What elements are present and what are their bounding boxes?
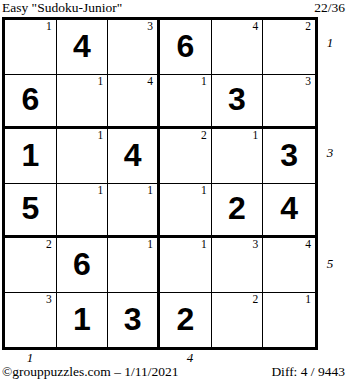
given-digit: 6 [21,83,39,115]
pencil-mark: 1 [147,184,153,197]
pencil-mark: 1 [201,238,207,251]
cell-r2c1[interactable]: 6 [5,75,57,130]
pencil-mark: 2 [305,20,311,33]
cell-r2c3[interactable]: 4 [108,75,160,130]
cell-r3c5[interactable]: 1 [212,129,264,184]
row-label-5: 5 [322,257,338,271]
cell-r4c4[interactable]: 1 [160,184,212,239]
cell-r3c1[interactable]: 1 [5,129,57,184]
cell-r3c3[interactable]: 4 [108,129,160,184]
cell-r5c2[interactable]: 6 [57,238,109,293]
pencil-mark: 1 [98,129,104,142]
pencil-mark: 1 [201,75,207,88]
pencil-mark: 4 [305,238,311,251]
copyright-text: ©grouppuzzles.com – 1/11/2021 [2,364,179,380]
puzzle-page: Easy "Sudoku-Junior" 22/36 1436426141331… [0,0,347,381]
cell-r1c6[interactable]: 2 [263,20,315,75]
cell-r5c6[interactable]: 4 [263,238,315,293]
difficulty-text: Diff: 4 / 9443 [271,364,345,380]
cell-r3c6[interactable]: 3 [263,129,315,184]
pencil-mark: 1 [305,293,311,306]
cell-r5c5[interactable]: 3 [212,238,264,293]
cell-r6c4[interactable]: 2 [160,293,212,348]
given-digit: 4 [124,139,142,171]
cell-r4c3[interactable]: 1 [108,184,160,239]
cell-r2c5[interactable]: 3 [212,75,264,130]
pencil-mark: 3 [46,293,52,306]
cell-r1c1[interactable]: 1 [5,20,57,75]
cell-r1c2[interactable]: 4 [57,20,109,75]
pencil-mark: 1 [46,20,52,33]
col-label-4: 4 [182,351,198,365]
cell-r2c4[interactable]: 1 [160,75,212,130]
cell-r6c6[interactable]: 1 [263,293,315,348]
cell-r6c1[interactable]: 3 [5,293,57,348]
cell-r2c6[interactable]: 3 [263,75,315,130]
cell-r6c2[interactable]: 1 [57,293,109,348]
cell-r5c1[interactable]: 2 [5,238,57,293]
cell-r1c5[interactable]: 4 [212,20,264,75]
given-digit: 3 [124,303,142,335]
pencil-mark: 3 [253,238,259,251]
cell-r5c4[interactable]: 1 [160,238,212,293]
pencil-mark: 4 [253,20,259,33]
cell-r1c4[interactable]: 6 [160,20,212,75]
given-digit: 6 [73,248,91,280]
cell-r4c6[interactable]: 4 [263,184,315,239]
progress-counter: 22/36 [314,0,345,16]
row-label-3: 3 [322,146,338,160]
board: 143642614133114213511124261134313221 [2,17,318,350]
given-digit: 6 [176,30,194,62]
cell-r4c1[interactable]: 5 [5,184,57,239]
given-digit: 4 [73,30,91,62]
cell-r2c2[interactable]: 1 [57,75,109,130]
given-digit: 1 [73,303,91,335]
pencil-mark: 3 [305,75,311,88]
pencil-mark: 3 [147,20,153,33]
cell-r4c2[interactable]: 1 [57,184,109,239]
pencil-mark: 1 [98,75,104,88]
cell-r6c5[interactable]: 2 [212,293,264,348]
cell-r4c5[interactable]: 2 [212,184,264,239]
pencil-mark: 2 [46,238,52,251]
cell-r5c3[interactable]: 1 [108,238,160,293]
given-digit: 5 [21,192,39,224]
cell-r1c3[interactable]: 3 [108,20,160,75]
cell-r3c4[interactable]: 2 [160,129,212,184]
given-digit: 4 [280,192,298,224]
pencil-mark: 1 [98,184,104,197]
page-title: Easy "Sudoku-Junior" [2,0,122,16]
pencil-mark: 2 [253,293,259,306]
given-digit: 3 [228,83,246,115]
given-digit: 3 [280,139,298,171]
col-label-1: 1 [22,351,38,365]
pencil-mark: 1 [147,238,153,251]
given-digit: 1 [21,139,39,171]
given-digit: 2 [228,192,246,224]
pencil-mark: 4 [147,75,153,88]
given-digit: 2 [176,303,194,335]
pencil-mark: 2 [201,129,207,142]
cell-r6c3[interactable]: 3 [108,293,160,348]
row-label-1: 1 [322,36,338,50]
pencil-mark: 1 [253,129,259,142]
pencil-mark: 1 [201,184,207,197]
cell-r3c2[interactable]: 1 [57,129,109,184]
